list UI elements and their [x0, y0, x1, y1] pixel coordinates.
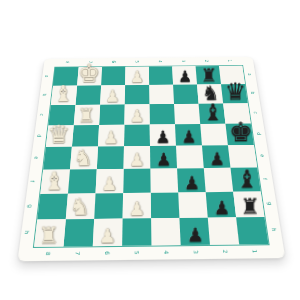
- square-r8c8: [236, 216, 268, 243]
- black-knight: ♞: [202, 83, 220, 103]
- square-r4c2: [72, 125, 99, 147]
- square-r1c5: [149, 66, 173, 85]
- coord-top-4: 4: [157, 60, 162, 62]
- square-r3c2: ♜: [74, 104, 100, 125]
- black-rook: ♜: [201, 65, 218, 84]
- white-pawn: ♟: [128, 199, 145, 218]
- square-r2c2: [75, 85, 101, 105]
- coord-bottom-5: 5: [133, 250, 139, 254]
- black-pawn: ♟: [209, 150, 225, 168]
- black-rook: ♜: [240, 195, 260, 217]
- square-r8c7: [208, 217, 239, 244]
- square-r8c2: [63, 218, 94, 246]
- coord-bottom-3: 3: [192, 250, 198, 254]
- square-r2c1: ♝: [51, 85, 77, 105]
- white-knight: ♞: [73, 147, 93, 169]
- square-r6c3: ♟: [96, 168, 124, 192]
- square-r4c1: ♛: [46, 125, 74, 147]
- black-bishop: ♝: [203, 101, 223, 124]
- square-r7c4: ♟: [123, 192, 151, 218]
- coord-top-5: 5: [134, 60, 139, 62]
- coord-right-g: g: [266, 201, 272, 204]
- black-pawn: ♟: [184, 174, 200, 192]
- coord-bottom-6: 6: [103, 251, 109, 255]
- square-r5c3: [97, 146, 124, 169]
- coord-top-1: 1: [227, 59, 232, 61]
- white-rook: ♜: [38, 223, 58, 246]
- square-r4c5: ♟: [150, 124, 176, 146]
- square-r3c1: [48, 104, 75, 125]
- square-r2c3: ♟: [100, 85, 125, 105]
- square-r1c1: [53, 67, 79, 86]
- square-r2c8: ♛: [221, 84, 248, 103]
- black-pawn: ♟: [181, 128, 196, 145]
- white-bishop: ♝: [43, 169, 65, 194]
- square-r8c3: ♟: [93, 218, 123, 245]
- black-pawn: ♟: [178, 68, 192, 84]
- white-pawn: ♟: [129, 151, 145, 169]
- coord-right-c: c: [252, 111, 257, 113]
- square-r6c4: [123, 168, 151, 192]
- square-r7c1: [37, 193, 68, 219]
- black-pawn: ♟: [156, 150, 172, 168]
- square-r5c4: ♟: [124, 146, 151, 169]
- white-king: ♚: [78, 60, 101, 85]
- square-r1c8: [219, 65, 245, 83]
- white-pawn: ♟: [129, 108, 144, 125]
- coord-left-h: h: [23, 230, 29, 234]
- black-pawn: ♟: [155, 128, 170, 145]
- square-r8c1: ♜: [34, 219, 66, 247]
- square-r3c6: [174, 103, 200, 124]
- coord-top-3: 3: [180, 60, 185, 62]
- coord-bottom-2: 2: [221, 249, 227, 253]
- coord-top-6: 6: [111, 60, 116, 62]
- square-r3c3: [99, 104, 125, 125]
- coord-right-e: e: [259, 154, 265, 157]
- square-r1c6: ♟: [172, 66, 197, 84]
- coord-right-d: d: [256, 132, 262, 135]
- square-r5c1: [43, 146, 72, 169]
- square-r7c8: ♜: [233, 191, 264, 217]
- square-r4c7: [200, 123, 228, 145]
- white-pawn: ♟: [130, 69, 144, 85]
- coord-right-f: f: [261, 177, 267, 179]
- black-pawn: ♟: [213, 198, 230, 217]
- square-r3c4: ♟: [124, 104, 149, 125]
- coord-right-h: h: [270, 227, 276, 231]
- coord-left-d: d: [36, 134, 42, 137]
- square-r8c6: ♟: [179, 217, 210, 244]
- square-r8c4: [122, 218, 151, 245]
- white-queen: ♛: [47, 121, 70, 146]
- coord-left-a: a: [44, 75, 49, 77]
- square-r7c6: [178, 192, 208, 218]
- square-r6c2: [68, 169, 97, 193]
- square-r3c5: [149, 103, 175, 124]
- square-r7c7: ♟: [206, 191, 236, 217]
- coord-top-7: 7: [88, 60, 93, 62]
- coord-top-8: 8: [64, 61, 69, 63]
- coord-bottom-1: 1: [251, 249, 257, 253]
- white-knight: ♞: [69, 195, 90, 218]
- white-rook: ♜: [78, 105, 96, 125]
- product-photo-scene: ♚♟♟♜♝♟♞♛♜♟♝♛♟♟♟♚♞♟♟♟♝♟♟♝♞♟♟♜♜♟♟ 88aa77bb…: [0, 0, 300, 300]
- coord-left-e: e: [33, 156, 39, 159]
- square-r4c6: ♟: [175, 124, 202, 146]
- square-r7c2: ♞: [66, 193, 96, 219]
- square-r1c4: ♟: [125, 66, 149, 85]
- square-r4c8: ♚: [225, 123, 253, 145]
- square-r4c4: [124, 124, 150, 146]
- square-r6c5: [150, 168, 178, 192]
- chess-mat: ♚♟♟♜♝♟♞♛♜♟♝♛♟♟♟♚♞♟♟♟♝♟♟♝♞♟♟♜♜♟♟ 88aa77bb…: [18, 56, 286, 260]
- square-r5c7: ♟: [202, 145, 231, 168]
- white-pawn: ♟: [105, 88, 120, 104]
- square-r5c5: ♟: [150, 145, 177, 168]
- coord-left-f: f: [29, 180, 35, 182]
- coord-left-c: c: [38, 113, 43, 115]
- coord-bottom-8: 8: [44, 251, 50, 255]
- coord-left-b: b: [41, 93, 46, 96]
- square-r8c5: [151, 217, 181, 244]
- square-r7c5: [151, 192, 180, 218]
- coord-right-b: b: [249, 91, 254, 94]
- coord-left-g: g: [26, 204, 32, 207]
- square-r2c4: [125, 84, 150, 104]
- white-bishop: ♝: [53, 83, 73, 105]
- square-r7c3: [94, 193, 123, 219]
- square-r4c3: ♟: [98, 124, 124, 146]
- square-r5c8: [228, 144, 257, 167]
- square-r2c7: ♞: [197, 84, 223, 103]
- coord-bottom-4: 4: [162, 250, 168, 254]
- white-pawn: ♟: [103, 129, 118, 146]
- square-r3c7: ♝: [199, 103, 226, 124]
- square-r1c7: ♜: [196, 66, 221, 84]
- coord-bottom-7: 7: [74, 251, 80, 255]
- black-bishop: ♝: [236, 167, 258, 192]
- square-r6c1: ♝: [40, 169, 70, 193]
- chess-board: ♚♟♟♜♝♟♞♛♜♟♝♛♟♟♟♚♞♟♟♟♝♟♟♝♞♟♟♜♜♟♟: [33, 65, 270, 248]
- square-r1c3: [101, 66, 125, 85]
- square-r6c6: ♟: [177, 168, 206, 192]
- square-r2c6: [173, 84, 199, 103]
- square-r6c7: [204, 167, 233, 191]
- coord-top-2: 2: [204, 59, 209, 61]
- coord-right-a: a: [247, 73, 252, 75]
- white-pawn: ♟: [99, 226, 116, 245]
- white-pawn: ♟: [101, 175, 117, 193]
- square-r5c6: [176, 145, 204, 168]
- square-r2c5: [149, 84, 174, 103]
- square-r3c8: [223, 103, 251, 124]
- black-pawn: ♟: [187, 225, 204, 244]
- square-r1c2: ♚: [77, 67, 102, 86]
- square-r6c8: ♝: [230, 167, 260, 191]
- square-r5c2: ♞: [70, 146, 98, 169]
